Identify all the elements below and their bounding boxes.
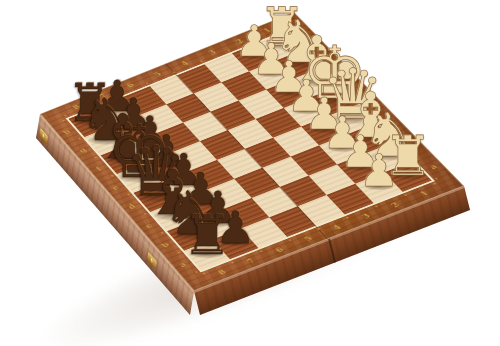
file-label-c: c <box>143 222 153 229</box>
frame-dot-icon <box>397 139 401 141</box>
file-label-e: e <box>110 184 120 191</box>
frame-dot-icon <box>111 175 114 177</box>
frame-dot-icon <box>202 272 206 274</box>
file-label-a: a <box>177 261 188 268</box>
frame-dot-icon <box>62 119 65 121</box>
frame-dot-icon <box>361 101 365 103</box>
chess-board: aabbccddeeffgghh1122334455667788 <box>40 12 464 291</box>
file-label-a: a <box>427 163 438 170</box>
file-label-b: b <box>160 241 171 248</box>
frame-dot-icon <box>346 217 350 219</box>
rank-label-8: 8 <box>71 103 81 110</box>
file-label-f: f <box>94 166 103 172</box>
rank-label-2: 2 <box>389 201 400 208</box>
frame-dot-icon <box>127 194 131 196</box>
frame-dot-icon <box>161 232 165 234</box>
latch-knob-icon <box>42 132 45 139</box>
frame-dot-icon <box>435 177 439 179</box>
file-label-e: e <box>354 87 365 94</box>
rank-label-3: 3 <box>207 49 218 56</box>
rank-label-6: 6 <box>274 246 285 253</box>
frame-dot-icon <box>433 183 437 185</box>
file-label-h: h <box>300 33 311 40</box>
rank-label-3: 3 <box>360 212 371 219</box>
frame-dot-icon <box>231 261 235 263</box>
frame-dot-icon <box>307 46 311 48</box>
rank-label-8: 8 <box>217 268 228 275</box>
frame-dot-icon <box>78 138 81 140</box>
rank-label-2: 2 <box>234 38 245 45</box>
file-label-d: d <box>126 203 137 210</box>
frame-dot-icon <box>260 250 264 252</box>
rank-label-1: 1 <box>418 190 429 197</box>
frame-dot-icon <box>379 120 383 122</box>
latch-knob-icon <box>151 257 154 264</box>
frame-dot-icon <box>178 251 182 253</box>
rank-label-4: 4 <box>331 224 342 231</box>
file-label-g: g <box>77 147 87 154</box>
rank-label-6: 6 <box>125 82 135 89</box>
frame-dot-icon <box>416 158 420 160</box>
file-label-h: h <box>61 128 72 135</box>
product-photo-stage: aabbccddeeffgghh1122334455667788 ♜♞♝♛♚♝♞… <box>0 0 500 346</box>
file-label-b: b <box>409 144 420 151</box>
file-label-f: f <box>337 69 346 75</box>
rank-label-5: 5 <box>152 71 162 78</box>
rank-label-7: 7 <box>98 93 108 100</box>
frame-dot-icon <box>343 83 347 85</box>
frame-dot-icon <box>288 239 292 241</box>
rank-label-7: 7 <box>245 257 256 264</box>
rank-label-1: 1 <box>262 27 273 34</box>
file-label-c: c <box>390 125 401 132</box>
frame-dot-icon <box>325 64 329 66</box>
file-label-d: d <box>372 106 383 113</box>
frame-dot-icon <box>144 213 148 215</box>
rank-label-4: 4 <box>179 60 190 67</box>
frame-dot-icon <box>195 271 199 273</box>
frame-dot-icon <box>94 156 97 158</box>
rank-label-5: 5 <box>303 235 314 242</box>
frame-dot-icon <box>404 194 408 196</box>
frame-dot-icon <box>375 205 379 207</box>
frame-dot-icon <box>290 28 294 30</box>
file-label-g: g <box>318 51 329 58</box>
